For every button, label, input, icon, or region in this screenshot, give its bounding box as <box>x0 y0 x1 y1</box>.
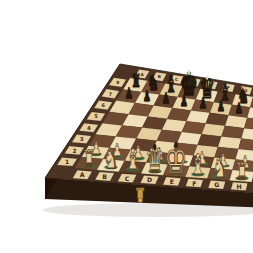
chess-king-icon: ♚ <box>165 140 188 180</box>
finial-tip <box>153 144 156 149</box>
chess-bishop-icon: ♝ <box>125 146 141 174</box>
finial-tip <box>188 70 191 75</box>
chess-pawn-icon: ♟ <box>217 99 225 114</box>
finial-tip <box>175 142 179 148</box>
chess-pawn-icon: ♟ <box>162 91 170 106</box>
finial-tip <box>206 76 208 80</box>
chess-pieces: ♜♞♝♚♛♝♞♜♟♟♟♟♟♟♟♟♟♟♟♟♟♟♟♟♜♞♝♛♚♝♞♜ <box>40 16 253 253</box>
chess-pawn-icon: ♟ <box>180 94 188 109</box>
chess-pawn-icon: ♟ <box>198 96 206 111</box>
chess-pawn-icon: ♟ <box>125 86 133 101</box>
chess-rook-icon: ♜ <box>83 147 96 169</box>
chess-knight-icon: ♞ <box>103 146 118 172</box>
chess-queen-icon: ♛ <box>145 143 164 177</box>
product-photo: Wooden folding travel chess set photogra… <box>40 16 253 253</box>
chess-pawn-icon: ♟ <box>235 101 243 116</box>
chess-rook-icon: ♜ <box>236 160 249 182</box>
chess-pawn-icon: ♟ <box>143 89 151 104</box>
chess-bishop-icon: ♝ <box>190 151 206 179</box>
chess-knight-icon: ♞ <box>213 155 228 181</box>
